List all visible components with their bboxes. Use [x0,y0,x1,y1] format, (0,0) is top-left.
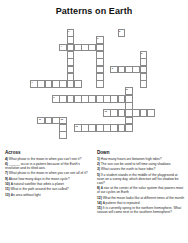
cell-number: 11 [39,118,41,120]
clue-item: 2) The sun can be used to tell time usin… [97,162,185,166]
clue-item: 14) A pattern that is repeated [97,201,185,205]
crossword-cell[interactable] [74,80,82,88]
cell-number: 13 [75,125,78,127]
clue-number: 9) [5,177,9,181]
cell-number: 1 [68,30,69,32]
clue-number: 3) [97,167,101,171]
cell-number: 6 [112,67,113,69]
cell-number: 12 [61,118,64,120]
clue-number: 10) [5,182,11,186]
cell-number: 7 [31,81,32,83]
clue-item: 12) What the moon looks like at differen… [97,196,185,200]
crossword-cell[interactable]: 2 [118,29,126,37]
clue-number: 12) [97,196,103,200]
clue-item: 8) A star at the center of the solar sys… [97,186,185,194]
cell-number: 2 [119,30,120,32]
cell-number: 10 [104,110,107,112]
clue-number: 11) [5,187,11,191]
clue-number: 2) [97,162,101,166]
clue-item: 1) How many hours are between high tides… [97,157,185,161]
clue-item: 4) What phase is the moon in when you ca… [5,157,91,161]
crossword-cell[interactable] [125,124,133,132]
clue-item: 11) What is the path around the sun call… [5,187,91,191]
cell-number: 8 [126,88,127,90]
clue-number: 13) [5,193,11,197]
crossword-cell[interactable] [59,131,67,139]
clue-number: 4) [5,157,9,161]
clue-number: 5) [97,173,101,177]
clue-number: 7) [5,171,9,175]
clue-number: 6) [5,162,9,166]
cell-number: 9 [53,96,54,98]
cell-number: 3 [97,37,98,39]
across-clue-list: 4) What phase is the moon in when you ca… [5,157,91,197]
crossword-cell[interactable] [140,80,148,88]
clue-number: 15) [97,206,103,210]
across-header: Across [5,150,91,155]
cell-number: 5 [141,52,142,54]
down-clue-list: 1) How many hours are between high tides… [97,157,185,215]
clue-item: 10) A natural satellite that orbits a pl… [5,182,91,186]
crossword-cell[interactable] [147,109,155,117]
clue-number: 8) [97,186,101,190]
clue-item: 15) It is currently spring in the northe… [97,206,185,214]
clue-number: 14) [97,201,103,205]
clue-item: 6) ______ occur in a pattern because of … [5,162,91,170]
crossword-cell[interactable] [96,80,104,88]
down-header: Down [97,150,185,155]
clue-item: 7) What phase is the moon in when you ca… [5,171,91,175]
clue-item: 9) About how many days is the moon cycle… [5,177,91,181]
clue-number: 1) [97,157,101,161]
clue-section: Across 4) What phase is the moon in when… [0,150,188,216]
cell-number: 4 [61,45,62,47]
crossword-page: Patterns on Earth 12345678910111213 Acro… [0,0,188,243]
down-clues: Down 1) How many hours are between high … [97,150,185,216]
clue-item: 13) An area without light [5,193,91,197]
clue-item: 3) What causes the earth to have tides? [97,167,185,171]
across-clues: Across 4) What phase is the moon in when… [5,150,91,216]
clue-item: 5) If a student stands in the middle of … [97,173,185,185]
